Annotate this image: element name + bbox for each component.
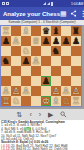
white-pawn-b7: ♙ [12, 36, 20, 46]
clock-text: 1:04 AM [71, 2, 83, 6]
chess-board[interactable]: ♖♗♛♝♜♟♙♕♟♟♟♟♘♞♞♟♙♟♙♙♙♙♙♙♖♘♔♗♘♖ [1, 26, 81, 106]
black-knight-f6: ♞ [52, 46, 60, 56]
square-b7[interactable]: ♙ [11, 36, 21, 46]
black-pawn-e7: ♟ [42, 36, 50, 46]
square-f5[interactable] [51, 56, 61, 66]
variation-line-2[interactable]: (-0.14) 20. Bg4 h5 21. Bxh5 Nxh5 22. Qxh… [1, 147, 83, 150]
next-move-icon[interactable]: › [39, 111, 41, 119]
square-h7[interactable]: ♟ [71, 36, 81, 46]
square-d7[interactable]: ♕ [31, 36, 41, 46]
square-d4[interactable] [31, 66, 41, 76]
square-a8[interactable]: ♖ [1, 26, 11, 36]
square-d8[interactable] [31, 26, 41, 36]
square-a5[interactable]: ♞ [1, 56, 11, 66]
black-pawn-a7: ♟ [2, 36, 10, 46]
square-f2[interactable]: ♙ [51, 86, 61, 96]
flip-board-icon[interactable]: ⇅ [17, 111, 23, 119]
status-bar: 1:04 AM [0, 0, 84, 7]
move-list[interactable]: 1. e4 e5 2. f4 exf4 3. Nf3 Be74. Bc4 Nf6… [1, 124, 83, 141]
engine-variations[interactable]: (-0.16) 20. Bg4 Bxf3 21. Nxf3 Rd2 22. Bd… [1, 144, 83, 150]
square-b1[interactable]: ♘ [11, 96, 21, 106]
square-h4[interactable] [71, 66, 81, 76]
white-pawn-a2: ♙ [2, 86, 10, 96]
battery-icon [51, 2, 53, 6]
white-pawn-d5: ♙ [32, 56, 40, 66]
square-a4[interactable] [1, 66, 11, 76]
analysis-panel: C35 King's Gambit Accepted, Cunningham 1… [0, 120, 84, 150]
square-g7[interactable]: ♟ [61, 36, 71, 46]
square-d5[interactable]: ♙ [31, 56, 41, 66]
square-f8[interactable]: ♝ [51, 26, 61, 36]
variation-score: (-0.14) [1, 147, 11, 150]
white-king-e1: ♔ [42, 96, 50, 106]
app-title: Analyze your Chess [3, 11, 60, 17]
square-a2[interactable]: ♙ [1, 86, 11, 96]
square-h6[interactable] [71, 46, 81, 56]
white-rook-h1: ♖ [72, 96, 80, 106]
square-b3[interactable] [11, 76, 21, 86]
chess-board-frame: ♖♗♛♝♜♟♙♕♟♟♟♟♘♞♞♟♙♟♙♙♙♙♙♙♖♘♔♗♘♖ [0, 25, 82, 107]
square-f6[interactable]: ♞ [51, 46, 61, 56]
overflow-menu-icon[interactable]: ⋮ [80, 10, 84, 17]
square-e8[interactable]: ♛ [41, 26, 51, 36]
square-f1[interactable]: ♗ [51, 96, 61, 106]
white-pawn-b2: ♙ [12, 86, 20, 96]
square-c5[interactable]: ♟ [21, 56, 31, 66]
black-bishop-f8: ♝ [52, 26, 60, 36]
square-g5[interactable] [61, 56, 71, 66]
square-e2[interactable] [41, 86, 51, 96]
black-pawn-e3: ♟ [42, 76, 50, 86]
square-a1[interactable]: ♖ [1, 96, 11, 106]
square-a7[interactable]: ♟ [1, 36, 11, 46]
square-g4[interactable] [61, 66, 71, 76]
signal-icon [47, 2, 50, 5]
square-b6[interactable] [11, 46, 21, 56]
white-pawn-g2: ♙ [62, 86, 70, 96]
square-c3[interactable] [21, 76, 31, 86]
square-h5[interactable] [71, 56, 81, 66]
white-knight-g1: ♘ [62, 96, 70, 106]
board-grid-icon[interactable]: ▦ [60, 10, 67, 17]
notification-icon-1 [2, 2, 5, 5]
play-icon[interactable]: ▶ [48, 111, 53, 119]
players-result-text: Komodo (Computer) 1 - 0 Stockfish (Compu… [0, 20, 84, 24]
square-g3[interactable] [61, 76, 71, 86]
white-knight-b1: ♘ [12, 96, 20, 106]
black-pawn-h7: ♟ [72, 36, 80, 46]
square-e3[interactable]: ♟ [41, 76, 51, 86]
square-b5[interactable] [11, 56, 21, 66]
black-pawn-f7: ♟ [52, 36, 60, 46]
white-rook-a1: ♖ [2, 96, 10, 106]
black-pawn-g7: ♟ [62, 36, 70, 46]
square-a6[interactable] [1, 46, 11, 56]
square-h2[interactable]: ♙ [71, 86, 81, 96]
square-h3[interactable] [71, 76, 81, 86]
notification-icon-2 [6, 2, 9, 5]
square-c2[interactable]: ♙ [21, 86, 31, 96]
wifi-icon [43, 2, 46, 5]
square-c4[interactable] [21, 66, 31, 76]
prev-move-icon[interactable]: ‹ [29, 111, 31, 119]
move-nav-bar: ⇅ ‹ › ▶ [0, 109, 84, 120]
white-knight-c6: ♘ [22, 46, 30, 56]
app-toolbar: Analyze your Chess ▦ ⋮ [0, 7, 84, 20]
white-bishop-c8: ♗ [22, 26, 30, 36]
square-e7[interactable]: ♟ [41, 36, 51, 46]
square-f4[interactable] [51, 66, 61, 76]
square-d3[interactable] [31, 76, 41, 86]
square-g6[interactable] [61, 46, 71, 56]
square-d2[interactable] [31, 86, 41, 96]
square-c1[interactable] [21, 96, 31, 106]
white-bishop-f1: ♗ [52, 96, 60, 106]
white-rook-a8: ♖ [2, 26, 10, 36]
white-pawn-c2: ♙ [22, 86, 30, 96]
square-g1[interactable]: ♘ [61, 96, 71, 106]
square-c6[interactable]: ♘ [21, 46, 31, 56]
share-icon[interactable] [70, 10, 77, 17]
square-b2[interactable]: ♙ [11, 86, 21, 96]
black-queen-e8: ♛ [42, 26, 50, 36]
black-rook-h8: ♜ [72, 26, 80, 36]
square-h8[interactable]: ♜ [71, 26, 81, 36]
square-f7[interactable]: ♟ [51, 36, 61, 46]
black-knight-a5: ♞ [2, 56, 10, 66]
analyze-magnifier-icon[interactable] [60, 111, 67, 118]
square-a3[interactable] [1, 76, 11, 86]
square-h1[interactable]: ♖ [71, 96, 81, 106]
black-pawn-c5: ♟ [22, 56, 30, 66]
square-c7[interactable] [21, 36, 31, 46]
square-d6[interactable] [31, 46, 41, 56]
square-b4[interactable] [11, 66, 21, 76]
square-e6[interactable] [41, 46, 51, 56]
square-b8[interactable] [11, 26, 21, 36]
white-pawn-h2: ♙ [72, 86, 80, 96]
square-f3[interactable] [51, 76, 61, 86]
square-e5[interactable] [41, 56, 51, 66]
square-e4[interactable] [41, 66, 51, 76]
white-pawn-f2: ♙ [52, 86, 60, 96]
white-queen-d7: ♕ [32, 36, 40, 46]
square-d1[interactable] [31, 96, 41, 106]
square-c8[interactable]: ♗ [21, 26, 31, 36]
square-g8[interactable] [61, 26, 71, 36]
square-g2[interactable]: ♙ [61, 86, 71, 96]
square-e1[interactable]: ♔ [41, 96, 51, 106]
